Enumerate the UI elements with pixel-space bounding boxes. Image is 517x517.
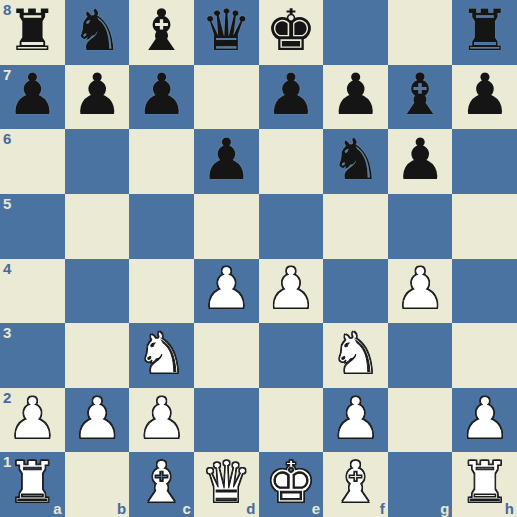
square-a8[interactable]: 8♜ [0, 0, 65, 65]
square-d7[interactable] [194, 65, 259, 130]
square-a7[interactable]: 7♟ [0, 65, 65, 130]
file-label-g: g [440, 501, 449, 516]
square-e4[interactable]: ♟ [259, 259, 324, 324]
rank-label-5: 5 [3, 196, 11, 211]
square-g8[interactable] [388, 0, 453, 65]
square-b6[interactable] [65, 129, 130, 194]
piece-black-bishop[interactable]: ♝ [395, 66, 446, 123]
file-label-b: b [117, 501, 126, 516]
square-b4[interactable] [65, 259, 130, 324]
square-a1[interactable]: 1a♜ [0, 452, 65, 517]
square-c8[interactable]: ♝ [129, 0, 194, 65]
square-g5[interactable] [388, 194, 453, 259]
square-f6[interactable]: ♞ [323, 129, 388, 194]
square-h6[interactable] [452, 129, 517, 194]
piece-black-pawn[interactable]: ♟ [71, 66, 122, 123]
piece-black-knight[interactable]: ♞ [71, 2, 122, 59]
rank-label-4: 4 [3, 261, 11, 276]
rank-label-6: 6 [3, 131, 11, 146]
square-f3[interactable]: ♞ [323, 323, 388, 388]
piece-black-pawn[interactable]: ♟ [136, 66, 187, 123]
piece-white-pawn[interactable]: ♟ [201, 260, 252, 317]
square-d8[interactable]: ♛ [194, 0, 259, 65]
square-f7[interactable]: ♟ [323, 65, 388, 130]
piece-white-pawn[interactable]: ♟ [265, 260, 316, 317]
square-g1[interactable]: g [388, 452, 453, 517]
square-f8[interactable] [323, 0, 388, 65]
square-b2[interactable]: ♟ [65, 388, 130, 453]
piece-white-pawn[interactable]: ♟ [7, 390, 58, 447]
square-e5[interactable] [259, 194, 324, 259]
square-a2[interactable]: 2♟ [0, 388, 65, 453]
square-f4[interactable] [323, 259, 388, 324]
square-f1[interactable]: f♝ [323, 452, 388, 517]
square-g6[interactable]: ♟ [388, 129, 453, 194]
piece-black-pawn[interactable]: ♟ [7, 66, 58, 123]
square-d3[interactable] [194, 323, 259, 388]
square-b8[interactable]: ♞ [65, 0, 130, 65]
square-d6[interactable]: ♟ [194, 129, 259, 194]
square-e7[interactable]: ♟ [259, 65, 324, 130]
square-a6[interactable]: 6 [0, 129, 65, 194]
piece-white-knight[interactable]: ♞ [136, 325, 187, 382]
square-d2[interactable] [194, 388, 259, 453]
square-c3[interactable]: ♞ [129, 323, 194, 388]
square-g2[interactable] [388, 388, 453, 453]
square-a3[interactable]: 3 [0, 323, 65, 388]
piece-black-rook[interactable]: ♜ [7, 2, 58, 59]
piece-black-pawn[interactable]: ♟ [330, 66, 381, 123]
piece-black-bishop[interactable]: ♝ [136, 2, 187, 59]
square-c5[interactable] [129, 194, 194, 259]
piece-black-knight[interactable]: ♞ [330, 131, 381, 188]
square-f2[interactable]: ♟ [323, 388, 388, 453]
square-d5[interactable] [194, 194, 259, 259]
piece-white-pawn[interactable]: ♟ [459, 390, 510, 447]
square-h4[interactable] [452, 259, 517, 324]
square-b7[interactable]: ♟ [65, 65, 130, 130]
square-g3[interactable] [388, 323, 453, 388]
square-e8[interactable]: ♚ [259, 0, 324, 65]
square-f5[interactable] [323, 194, 388, 259]
square-h7[interactable]: ♟ [452, 65, 517, 130]
piece-white-pawn[interactable]: ♟ [71, 390, 122, 447]
square-b3[interactable] [65, 323, 130, 388]
square-h8[interactable]: ♜ [452, 0, 517, 65]
square-c7[interactable]: ♟ [129, 65, 194, 130]
square-c4[interactable] [129, 259, 194, 324]
piece-white-pawn[interactable]: ♟ [136, 390, 187, 447]
square-g7[interactable]: ♝ [388, 65, 453, 130]
square-h5[interactable] [452, 194, 517, 259]
piece-black-pawn[interactable]: ♟ [201, 131, 252, 188]
square-a5[interactable]: 5 [0, 194, 65, 259]
piece-white-pawn[interactable]: ♟ [395, 260, 446, 317]
square-d1[interactable]: d♛ [194, 452, 259, 517]
square-d4[interactable]: ♟ [194, 259, 259, 324]
square-c1[interactable]: c♝ [129, 452, 194, 517]
piece-black-pawn[interactable]: ♟ [395, 131, 446, 188]
piece-white-knight[interactable]: ♞ [330, 325, 381, 382]
square-b1[interactable]: b [65, 452, 130, 517]
piece-black-queen[interactable]: ♛ [201, 2, 252, 59]
piece-white-pawn[interactable]: ♟ [330, 390, 381, 447]
square-c2[interactable]: ♟ [129, 388, 194, 453]
piece-black-rook[interactable]: ♜ [459, 2, 510, 59]
piece-black-pawn[interactable]: ♟ [459, 66, 510, 123]
piece-white-queen[interactable]: ♛ [201, 454, 252, 511]
chess-board: 8♜♞♝♛♚♜7♟♟♟♟♟♝♟6♟♞♟54♟♟♟3♞♞2♟♟♟♟♟1a♜bc♝d… [0, 0, 517, 517]
piece-white-king[interactable]: ♚ [265, 454, 316, 511]
square-b5[interactable] [65, 194, 130, 259]
piece-white-bishop[interactable]: ♝ [330, 454, 381, 511]
piece-white-rook[interactable]: ♜ [7, 454, 58, 511]
piece-black-king[interactable]: ♚ [265, 2, 316, 59]
piece-white-rook[interactable]: ♜ [459, 454, 510, 511]
square-e2[interactable] [259, 388, 324, 453]
square-h1[interactable]: h♜ [452, 452, 517, 517]
piece-black-pawn[interactable]: ♟ [265, 66, 316, 123]
square-h2[interactable]: ♟ [452, 388, 517, 453]
square-a4[interactable]: 4 [0, 259, 65, 324]
square-g4[interactable]: ♟ [388, 259, 453, 324]
square-e6[interactable] [259, 129, 324, 194]
square-c6[interactable] [129, 129, 194, 194]
square-e1[interactable]: e♚ [259, 452, 324, 517]
piece-white-bishop[interactable]: ♝ [136, 454, 187, 511]
rank-label-3: 3 [3, 325, 11, 340]
square-e3[interactable] [259, 323, 324, 388]
square-h3[interactable] [452, 323, 517, 388]
